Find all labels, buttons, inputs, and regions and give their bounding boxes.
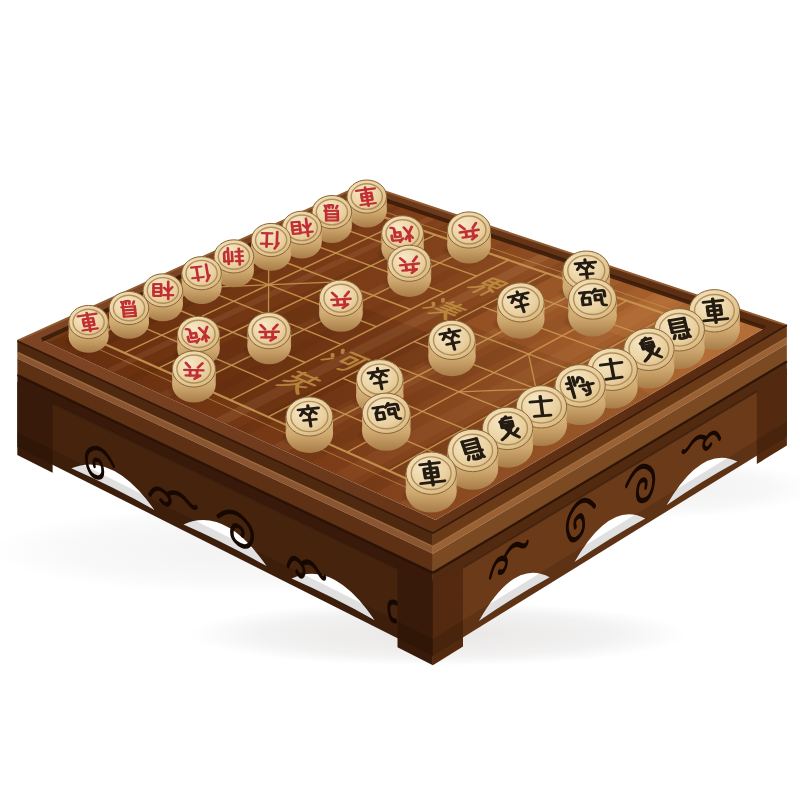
piece-red-chariot-f0-r0[interactable] <box>63 305 108 352</box>
product-photo-scene <box>0 0 800 800</box>
piece-red-advisor-f3-r0[interactable] <box>176 257 221 304</box>
xiangqi-set-rendering <box>0 0 800 800</box>
